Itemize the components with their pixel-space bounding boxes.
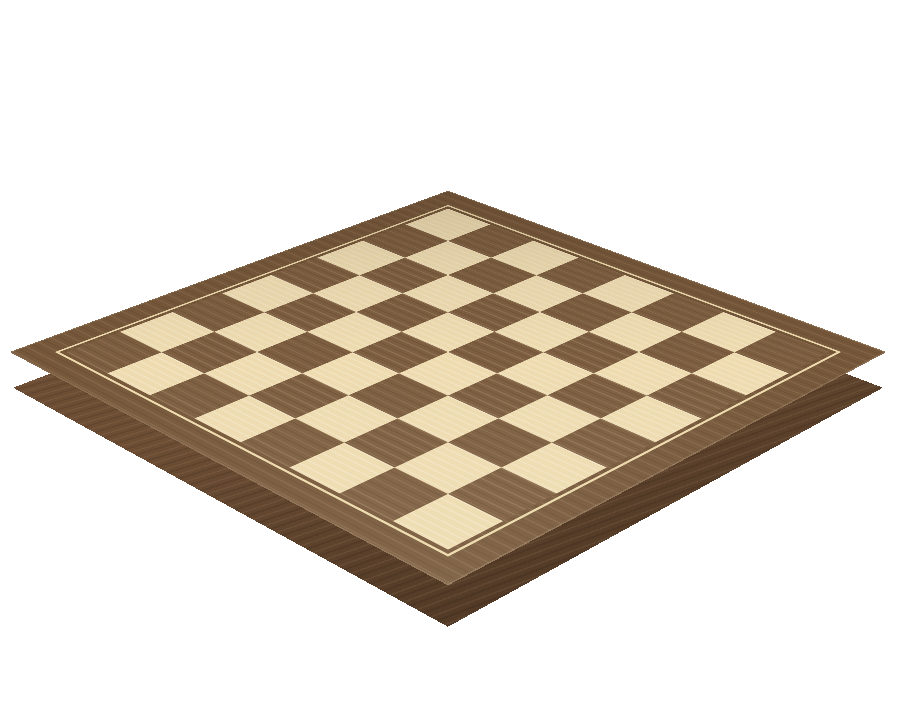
product-photo-scene <box>0 0 900 720</box>
chess-board <box>10 191 887 586</box>
playing-area <box>66 209 830 550</box>
